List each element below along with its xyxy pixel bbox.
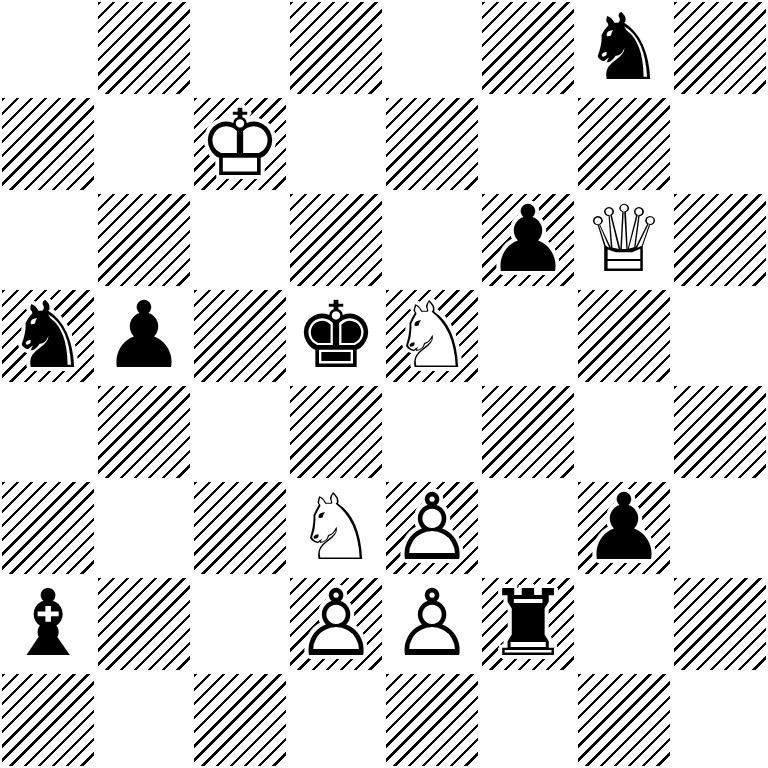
square-c1[interactable]: [192, 672, 288, 768]
piece-black-pawn[interactable]: ♟♟: [96, 288, 192, 384]
piece-glyph: ♝: [7, 578, 89, 670]
square-b4[interactable]: [96, 384, 192, 480]
square-b7[interactable]: [96, 96, 192, 192]
square-d2[interactable]: ♟♙: [288, 576, 384, 672]
square-c3[interactable]: [192, 480, 288, 576]
piece-white-pawn[interactable]: ♟♙: [288, 576, 384, 672]
square-a7[interactable]: [0, 96, 96, 192]
square-a2[interactable]: ♝♝: [0, 576, 96, 672]
square-a4[interactable]: [0, 384, 96, 480]
square-g7[interactable]: [576, 96, 672, 192]
square-h6[interactable]: [672, 192, 768, 288]
square-d6[interactable]: [288, 192, 384, 288]
square-h7[interactable]: [672, 96, 768, 192]
square-b6[interactable]: [96, 192, 192, 288]
square-e2[interactable]: ♟♙: [384, 576, 480, 672]
piece-glyph: ♜: [487, 578, 569, 670]
square-a6[interactable]: [0, 192, 96, 288]
square-c7[interactable]: ♚♔: [192, 96, 288, 192]
piece-glyph: ♙: [391, 482, 473, 574]
square-f1[interactable]: [480, 672, 576, 768]
square-g6[interactable]: ♛♕: [576, 192, 672, 288]
piece-glyph: ♟: [487, 194, 569, 286]
piece-black-bishop[interactable]: ♝♝: [0, 576, 96, 672]
square-g5[interactable]: [576, 288, 672, 384]
square-f4[interactable]: [480, 384, 576, 480]
piece-white-pawn[interactable]: ♟♙: [384, 576, 480, 672]
piece-glyph: ♞: [7, 290, 89, 382]
square-e1[interactable]: [384, 672, 480, 768]
square-g2[interactable]: [576, 576, 672, 672]
square-d1[interactable]: [288, 672, 384, 768]
piece-black-rook[interactable]: ♜♜: [480, 576, 576, 672]
square-b8[interactable]: [96, 0, 192, 96]
piece-glyph: ♟: [103, 290, 185, 382]
piece-glyph: ♔: [199, 98, 281, 190]
piece-glyph: ♞: [583, 2, 665, 94]
square-a3[interactable]: [0, 480, 96, 576]
piece-black-pawn[interactable]: ♟♟: [576, 480, 672, 576]
piece-white-pawn[interactable]: ♟♙: [384, 480, 480, 576]
square-h4[interactable]: [672, 384, 768, 480]
square-f2[interactable]: ♜♜: [480, 576, 576, 672]
piece-glyph: ♙: [391, 578, 473, 670]
square-h3[interactable]: [672, 480, 768, 576]
square-a5[interactable]: ♞♞: [0, 288, 96, 384]
square-g3[interactable]: ♟♟: [576, 480, 672, 576]
square-f7[interactable]: [480, 96, 576, 192]
square-f8[interactable]: [480, 0, 576, 96]
piece-white-king[interactable]: ♚♔: [192, 96, 288, 192]
square-b5[interactable]: ♟♟: [96, 288, 192, 384]
square-h1[interactable]: [672, 672, 768, 768]
square-g1[interactable]: [576, 672, 672, 768]
square-f5[interactable]: [480, 288, 576, 384]
piece-black-knight[interactable]: ♞♞: [576, 0, 672, 96]
square-h5[interactable]: [672, 288, 768, 384]
square-d5[interactable]: ♚♚: [288, 288, 384, 384]
square-g4[interactable]: [576, 384, 672, 480]
square-e4[interactable]: [384, 384, 480, 480]
piece-white-queen[interactable]: ♛♕: [576, 192, 672, 288]
square-c4[interactable]: [192, 384, 288, 480]
square-h8[interactable]: [672, 0, 768, 96]
square-e3[interactable]: ♟♙: [384, 480, 480, 576]
piece-white-knight[interactable]: ♞♘: [384, 288, 480, 384]
square-c8[interactable]: [192, 0, 288, 96]
square-b2[interactable]: [96, 576, 192, 672]
square-e7[interactable]: [384, 96, 480, 192]
square-d3[interactable]: ♞♘: [288, 480, 384, 576]
piece-black-knight[interactable]: ♞♞: [0, 288, 96, 384]
piece-glyph: ♟: [583, 482, 665, 574]
piece-black-king[interactable]: ♚♚: [288, 288, 384, 384]
piece-black-pawn[interactable]: ♟♟: [480, 192, 576, 288]
square-d8[interactable]: [288, 0, 384, 96]
piece-glyph: ♚: [295, 290, 377, 382]
piece-white-knight[interactable]: ♞♘: [288, 480, 384, 576]
square-e5[interactable]: ♞♘: [384, 288, 480, 384]
square-g8[interactable]: ♞♞: [576, 0, 672, 96]
square-e8[interactable]: [384, 0, 480, 96]
chessboard: ♞♞♚♔♟♟♛♕♞♞♟♟♚♚♞♘♞♘♟♙♟♟♝♝♟♙♟♙♜♜: [0, 0, 768, 768]
square-h2[interactable]: [672, 576, 768, 672]
square-b3[interactable]: [96, 480, 192, 576]
square-f6[interactable]: ♟♟: [480, 192, 576, 288]
square-e6[interactable]: [384, 192, 480, 288]
square-a8[interactable]: [0, 0, 96, 96]
piece-glyph: ♘: [391, 290, 473, 382]
piece-glyph: ♘: [295, 482, 377, 574]
square-c2[interactable]: [192, 576, 288, 672]
square-d7[interactable]: [288, 96, 384, 192]
square-d4[interactable]: [288, 384, 384, 480]
square-b1[interactable]: [96, 672, 192, 768]
piece-glyph: ♕: [583, 194, 665, 286]
square-a1[interactable]: [0, 672, 96, 768]
square-c6[interactable]: [192, 192, 288, 288]
square-c5[interactable]: [192, 288, 288, 384]
piece-glyph: ♙: [295, 578, 377, 670]
square-f3[interactable]: [480, 480, 576, 576]
